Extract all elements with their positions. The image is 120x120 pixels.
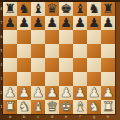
square-h1[interactable]: ♜ <box>101 100 115 114</box>
square-f1[interactable]: ♝ <box>73 100 87 114</box>
piece-black-rook[interactable]: ♜ <box>4 2 16 16</box>
piece-black-bishop[interactable]: ♝ <box>74 2 86 16</box>
piece-white-bishop[interactable]: ♝ <box>32 100 44 114</box>
piece-white-pawn[interactable]: ♟ <box>32 86 44 100</box>
square-c7[interactable]: ♟ <box>31 16 45 30</box>
piece-white-queen[interactable]: ♛ <box>46 100 58 114</box>
square-b1[interactable]: ♞ <box>17 100 31 114</box>
square-c1[interactable]: ♝ <box>31 100 45 114</box>
piece-white-pawn[interactable]: ♟ <box>18 86 30 100</box>
piece-black-pawn[interactable]: ♟ <box>46 16 58 30</box>
square-h7[interactable]: ♟ <box>101 16 115 30</box>
square-g6[interactable] <box>87 30 101 44</box>
square-f7[interactable]: ♟ <box>73 16 87 30</box>
square-b4[interactable] <box>17 58 31 72</box>
square-a1[interactable]: ♜ <box>3 100 17 114</box>
square-f6[interactable] <box>73 30 87 44</box>
square-e1[interactable]: ♚ <box>59 100 73 114</box>
piece-black-pawn[interactable]: ♟ <box>88 16 100 30</box>
file-label-b: b <box>17 114 31 120</box>
file-labels: abcdefgh <box>3 114 115 120</box>
file-label-c: c <box>31 114 45 120</box>
square-d1[interactable]: ♛ <box>45 100 59 114</box>
piece-black-king[interactable]: ♚ <box>60 2 72 16</box>
file-label-f: f <box>73 114 87 120</box>
file-label-e: e <box>59 114 73 120</box>
square-c6[interactable] <box>31 30 45 44</box>
piece-black-pawn[interactable]: ♟ <box>4 16 16 30</box>
piece-black-pawn[interactable]: ♟ <box>102 16 114 30</box>
piece-white-pawn[interactable]: ♟ <box>4 86 16 100</box>
square-d7[interactable]: ♟ <box>45 16 59 30</box>
piece-white-knight[interactable]: ♞ <box>18 100 30 114</box>
board: ♜♞♝♛♚♝♞♜♟♟♟♟♟♟♟♟♟♟♟♟♟♟♟♟♜♞♝♛♚♝♞♜ <box>3 2 115 114</box>
piece-black-bishop[interactable]: ♝ <box>32 2 44 16</box>
file-label-d: d <box>45 114 59 120</box>
square-h5[interactable] <box>101 44 115 58</box>
piece-white-king[interactable]: ♚ <box>60 100 72 114</box>
square-f5[interactable] <box>73 44 87 58</box>
piece-white-knight[interactable]: ♞ <box>88 100 100 114</box>
square-a4[interactable] <box>3 58 17 72</box>
square-d5[interactable] <box>45 44 59 58</box>
chess-board-frame: 87654321 ♜♞♝♛♚♝♞♜♟♟♟♟♟♟♟♟♟♟♟♟♟♟♟♟♜♞♝♛♚♝♞… <box>0 0 120 120</box>
piece-black-queen[interactable]: ♛ <box>46 2 58 16</box>
piece-black-pawn[interactable]: ♟ <box>18 16 30 30</box>
piece-black-rook[interactable]: ♜ <box>102 2 114 16</box>
piece-white-pawn[interactable]: ♟ <box>88 86 100 100</box>
square-e7[interactable]: ♟ <box>59 16 73 30</box>
square-c5[interactable] <box>31 44 45 58</box>
file-label-g: g <box>87 114 101 120</box>
square-g4[interactable] <box>87 58 101 72</box>
square-b6[interactable] <box>17 30 31 44</box>
square-e4[interactable] <box>59 58 73 72</box>
square-a6[interactable] <box>3 30 17 44</box>
square-a5[interactable] <box>3 44 17 58</box>
piece-white-rook[interactable]: ♜ <box>4 100 16 114</box>
square-b7[interactable]: ♟ <box>17 16 31 30</box>
square-g7[interactable]: ♟ <box>87 16 101 30</box>
square-f4[interactable] <box>73 58 87 72</box>
square-c4[interactable] <box>31 58 45 72</box>
square-b5[interactable] <box>17 44 31 58</box>
file-label-h: h <box>101 114 115 120</box>
square-e5[interactable] <box>59 44 73 58</box>
square-a7[interactable]: ♟ <box>3 16 17 30</box>
piece-white-pawn[interactable]: ♟ <box>102 86 114 100</box>
square-g5[interactable] <box>87 44 101 58</box>
piece-black-knight[interactable]: ♞ <box>18 2 30 16</box>
piece-black-pawn[interactable]: ♟ <box>74 16 86 30</box>
square-h4[interactable] <box>101 58 115 72</box>
piece-black-knight[interactable]: ♞ <box>88 2 100 16</box>
piece-white-pawn[interactable]: ♟ <box>74 86 86 100</box>
square-h6[interactable] <box>101 30 115 44</box>
piece-white-pawn[interactable]: ♟ <box>46 86 58 100</box>
piece-white-pawn[interactable]: ♟ <box>60 86 72 100</box>
piece-white-bishop[interactable]: ♝ <box>74 100 86 114</box>
square-e6[interactable] <box>59 30 73 44</box>
piece-white-rook[interactable]: ♜ <box>102 100 114 114</box>
piece-black-pawn[interactable]: ♟ <box>60 16 72 30</box>
piece-black-pawn[interactable]: ♟ <box>32 16 44 30</box>
square-d4[interactable] <box>45 58 59 72</box>
square-d6[interactable] <box>45 30 59 44</box>
square-g1[interactable]: ♞ <box>87 100 101 114</box>
file-label-a: a <box>3 114 17 120</box>
